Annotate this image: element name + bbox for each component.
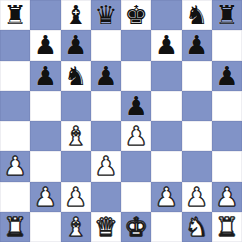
- piece-black-knight[interactable]: ♞: [64, 61, 87, 91]
- piece-white-pawn[interactable]: ♟: [215, 182, 238, 212]
- square-h1[interactable]: ♜: [212, 212, 242, 242]
- square-c1[interactable]: ♝: [61, 212, 91, 242]
- square-a4[interactable]: [0, 121, 30, 151]
- square-f1[interactable]: [151, 212, 181, 242]
- square-g5[interactable]: [182, 91, 212, 121]
- square-g2[interactable]: ♟: [182, 182, 212, 212]
- square-e2[interactable]: [121, 182, 151, 212]
- square-a1[interactable]: ♜: [0, 212, 30, 242]
- chess-board: ♜♝♛♚♞♜♟♟♟♟♟♞♟♟♟♝♟♟♟♟♟♟♟♟♜♝♛♚♞♜: [0, 0, 242, 242]
- square-c8[interactable]: ♝: [61, 0, 91, 30]
- square-g7[interactable]: ♟: [182, 30, 212, 60]
- square-f3[interactable]: [151, 151, 181, 181]
- square-d5[interactable]: [91, 91, 121, 121]
- square-f7[interactable]: ♟: [151, 30, 181, 60]
- square-b7[interactable]: ♟: [30, 30, 60, 60]
- piece-black-pawn[interactable]: ♟: [94, 61, 117, 91]
- square-a6[interactable]: [0, 61, 30, 91]
- piece-black-pawn[interactable]: ♟: [215, 61, 238, 91]
- piece-white-bishop[interactable]: ♝: [64, 121, 87, 151]
- piece-white-pawn[interactable]: ♟: [155, 182, 178, 212]
- square-c6[interactable]: ♞: [61, 61, 91, 91]
- square-d7[interactable]: [91, 30, 121, 60]
- square-e3[interactable]: [121, 151, 151, 181]
- square-d4[interactable]: [91, 121, 121, 151]
- piece-white-pawn[interactable]: ♟: [3, 151, 26, 181]
- piece-white-pawn[interactable]: ♟: [64, 182, 87, 212]
- square-e5[interactable]: ♟: [121, 91, 151, 121]
- square-e6[interactable]: [121, 61, 151, 91]
- square-b1[interactable]: [30, 212, 60, 242]
- piece-black-king[interactable]: ♚: [124, 0, 147, 30]
- square-a2[interactable]: [0, 182, 30, 212]
- piece-white-rook[interactable]: ♜: [215, 212, 238, 242]
- square-f4[interactable]: [151, 121, 181, 151]
- piece-white-queen[interactable]: ♛: [94, 212, 117, 242]
- square-h8[interactable]: ♜: [212, 0, 242, 30]
- square-d1[interactable]: ♛: [91, 212, 121, 242]
- square-c7[interactable]: ♟: [61, 30, 91, 60]
- square-b2[interactable]: ♟: [30, 182, 60, 212]
- square-c5[interactable]: [61, 91, 91, 121]
- square-b6[interactable]: ♟: [30, 61, 60, 91]
- piece-black-queen[interactable]: ♛: [94, 0, 117, 30]
- piece-black-knight[interactable]: ♞: [185, 0, 208, 30]
- square-c3[interactable]: [61, 151, 91, 181]
- square-b3[interactable]: [30, 151, 60, 181]
- piece-black-bishop[interactable]: ♝: [64, 0, 87, 30]
- square-a8[interactable]: ♜: [0, 0, 30, 30]
- piece-black-rook[interactable]: ♜: [215, 0, 238, 30]
- piece-black-rook[interactable]: ♜: [3, 0, 26, 30]
- piece-black-pawn[interactable]: ♟: [34, 61, 57, 91]
- square-c2[interactable]: ♟: [61, 182, 91, 212]
- square-d2[interactable]: [91, 182, 121, 212]
- piece-black-pawn[interactable]: ♟: [155, 30, 178, 60]
- square-f5[interactable]: [151, 91, 181, 121]
- piece-white-rook[interactable]: ♜: [3, 212, 26, 242]
- square-g1[interactable]: ♞: [182, 212, 212, 242]
- square-f6[interactable]: [151, 61, 181, 91]
- piece-white-pawn[interactable]: ♟: [94, 151, 117, 181]
- square-d8[interactable]: ♛: [91, 0, 121, 30]
- square-h2[interactable]: ♟: [212, 182, 242, 212]
- square-b8[interactable]: [30, 0, 60, 30]
- square-e1[interactable]: ♚: [121, 212, 151, 242]
- piece-white-bishop[interactable]: ♝: [64, 212, 87, 242]
- square-e8[interactable]: ♚: [121, 0, 151, 30]
- square-d6[interactable]: ♟: [91, 61, 121, 91]
- square-g3[interactable]: [182, 151, 212, 181]
- square-b5[interactable]: [30, 91, 60, 121]
- square-g6[interactable]: [182, 61, 212, 91]
- square-h7[interactable]: [212, 30, 242, 60]
- square-e4[interactable]: ♟: [121, 121, 151, 151]
- square-f2[interactable]: ♟: [151, 182, 181, 212]
- square-g8[interactable]: ♞: [182, 0, 212, 30]
- square-b4[interactable]: [30, 121, 60, 151]
- square-f8[interactable]: [151, 0, 181, 30]
- piece-white-knight[interactable]: ♞: [185, 212, 208, 242]
- square-h6[interactable]: ♟: [212, 61, 242, 91]
- square-g4[interactable]: [182, 121, 212, 151]
- piece-black-pawn[interactable]: ♟: [185, 30, 208, 60]
- square-a3[interactable]: ♟: [0, 151, 30, 181]
- piece-black-pawn[interactable]: ♟: [124, 91, 147, 121]
- piece-white-king[interactable]: ♚: [124, 212, 147, 242]
- square-h4[interactable]: [212, 121, 242, 151]
- piece-black-pawn[interactable]: ♟: [64, 30, 87, 60]
- square-a7[interactable]: [0, 30, 30, 60]
- square-e7[interactable]: [121, 30, 151, 60]
- piece-black-pawn[interactable]: ♟: [34, 30, 57, 60]
- square-a5[interactable]: [0, 91, 30, 121]
- square-c4[interactable]: ♝: [61, 121, 91, 151]
- piece-white-pawn[interactable]: ♟: [34, 182, 57, 212]
- square-h3[interactable]: [212, 151, 242, 181]
- square-d3[interactable]: ♟: [91, 151, 121, 181]
- square-h5[interactable]: [212, 91, 242, 121]
- piece-white-pawn[interactable]: ♟: [124, 121, 147, 151]
- piece-white-pawn[interactable]: ♟: [185, 182, 208, 212]
